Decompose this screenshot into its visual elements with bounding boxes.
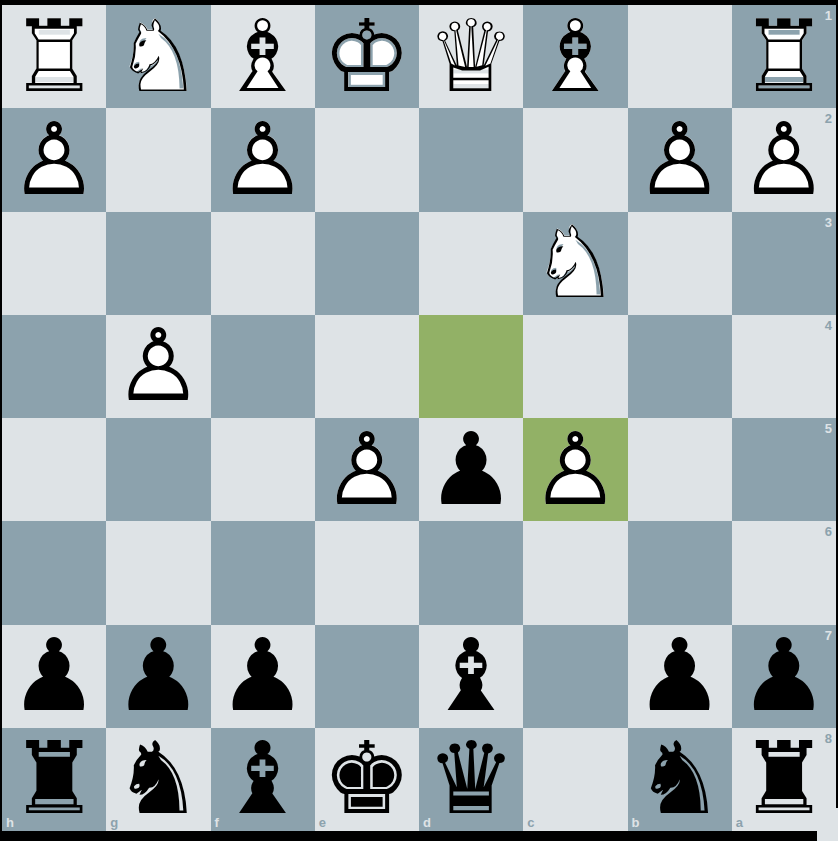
- square-b6[interactable]: [628, 521, 732, 624]
- square-a2[interactable]: ♟♙2: [732, 108, 836, 211]
- black-king-fill: ♚: [315, 728, 419, 831]
- square-g7[interactable]: ♟: [106, 625, 210, 728]
- square-g8[interactable]: ♞g: [106, 728, 210, 831]
- square-b8[interactable]: ♞b: [628, 728, 732, 831]
- white-queen-outline: ♕: [419, 5, 523, 108]
- square-b5[interactable]: [628, 418, 732, 521]
- square-e4[interactable]: [315, 315, 419, 418]
- white-bishop-outline: ♗: [523, 5, 627, 108]
- page-background: ♜♖♞♘♝♗♚♔♛♕♝♗♜♖1♟♙♟♙♟♙♟♙2♞♘3♟♙4♟♙♟♟♙56♟♟♟…: [0, 0, 838, 841]
- piece-black-rook[interactable]: ♜: [2, 728, 106, 831]
- square-b4[interactable]: [628, 315, 732, 418]
- white-pawn-outline: ♙: [523, 418, 627, 521]
- white-rook-fill: ♜: [732, 5, 836, 108]
- white-knight-fill: ♞: [523, 212, 627, 315]
- square-d5[interactable]: ♟: [419, 418, 523, 521]
- white-pawn-fill: ♟: [2, 108, 106, 211]
- square-g3[interactable]: [106, 212, 210, 315]
- piece-white-pawn[interactable]: ♟♙: [2, 108, 106, 211]
- square-g1[interactable]: ♞♘: [106, 5, 210, 108]
- square-e6[interactable]: [315, 521, 419, 624]
- black-knight-fill: ♞: [106, 728, 210, 831]
- black-pawn-fill: ♟: [106, 625, 210, 728]
- piece-black-pawn[interactable]: ♟: [628, 625, 732, 728]
- square-g2[interactable]: [106, 108, 210, 211]
- black-pawn-fill: ♟: [2, 625, 106, 728]
- white-knight-outline: ♘: [523, 212, 627, 315]
- square-f5[interactable]: [211, 418, 315, 521]
- square-b7[interactable]: ♟: [628, 625, 732, 728]
- square-h6[interactable]: [2, 521, 106, 624]
- square-c7[interactable]: [523, 625, 627, 728]
- square-h2[interactable]: ♟♙: [2, 108, 106, 211]
- rank-label-3: 3: [825, 216, 832, 229]
- piece-black-knight[interactable]: ♞: [106, 728, 210, 831]
- square-c5[interactable]: ♟♙: [523, 418, 627, 521]
- white-king-fill: ♚: [315, 5, 419, 108]
- white-pawn-outline: ♙: [732, 108, 836, 211]
- square-g4[interactable]: ♟♙: [106, 315, 210, 418]
- white-bishop-fill: ♝: [523, 5, 627, 108]
- piece-white-pawn[interactable]: ♟♙: [732, 108, 836, 211]
- black-queen-fill: ♛: [419, 728, 523, 831]
- square-f4[interactable]: [211, 315, 315, 418]
- rank-label-6: 6: [825, 525, 832, 538]
- square-d6[interactable]: [419, 521, 523, 624]
- square-h1[interactable]: ♜♖: [2, 5, 106, 108]
- square-d1[interactable]: ♛♕: [419, 5, 523, 108]
- piece-white-pawn[interactable]: ♟♙: [523, 418, 627, 521]
- chess-board: ♜♖♞♘♝♗♚♔♛♕♝♗♜♖1♟♙♟♙♟♙♟♙2♞♘3♟♙4♟♙♟♟♙56♟♟♟…: [2, 5, 836, 831]
- square-c8[interactable]: c: [523, 728, 627, 831]
- piece-white-knight[interactable]: ♞♘: [106, 5, 210, 108]
- white-knight-outline: ♘: [106, 5, 210, 108]
- square-g6[interactable]: [106, 521, 210, 624]
- white-pawn-outline: ♙: [106, 315, 210, 418]
- black-bishop-fill: ♝: [211, 728, 315, 831]
- white-rook-outline: ♖: [2, 5, 106, 108]
- piece-white-queen[interactable]: ♛♕: [419, 5, 523, 108]
- piece-white-pawn[interactable]: ♟♙: [315, 418, 419, 521]
- square-f1[interactable]: ♝♗: [211, 5, 315, 108]
- piece-white-rook[interactable]: ♜♖: [732, 5, 836, 108]
- piece-white-pawn[interactable]: ♟♙: [106, 315, 210, 418]
- square-f3[interactable]: [211, 212, 315, 315]
- piece-white-knight[interactable]: ♞♘: [523, 212, 627, 315]
- piece-black-bishop[interactable]: ♝: [419, 625, 523, 728]
- white-queen-fill: ♛: [419, 5, 523, 108]
- piece-black-pawn[interactable]: ♟: [2, 625, 106, 728]
- square-d7[interactable]: ♝: [419, 625, 523, 728]
- square-e1[interactable]: ♚♔: [315, 5, 419, 108]
- white-pawn-outline: ♙: [628, 108, 732, 211]
- rank-label-4: 4: [825, 319, 832, 332]
- square-a3[interactable]: 3: [732, 212, 836, 315]
- piece-white-pawn[interactable]: ♟♙: [211, 108, 315, 211]
- square-h3[interactable]: [2, 212, 106, 315]
- piece-black-pawn[interactable]: ♟: [732, 625, 836, 728]
- piece-black-pawn[interactable]: ♟: [211, 625, 315, 728]
- square-a1[interactable]: ♜♖1: [732, 5, 836, 108]
- square-d2[interactable]: [419, 108, 523, 211]
- piece-black-pawn[interactable]: ♟: [419, 418, 523, 521]
- piece-black-queen[interactable]: ♛: [419, 728, 523, 831]
- black-pawn-fill: ♟: [628, 625, 732, 728]
- square-c2[interactable]: [523, 108, 627, 211]
- square-d3[interactable]: [419, 212, 523, 315]
- corner-patch: [817, 831, 838, 841]
- black-pawn-fill: ♟: [419, 418, 523, 521]
- square-c4[interactable]: [523, 315, 627, 418]
- black-rook-fill: ♜: [2, 728, 106, 831]
- square-a7[interactable]: ♟7: [732, 625, 836, 728]
- black-rook-fill: ♜: [732, 728, 836, 831]
- white-knight-fill: ♞: [106, 5, 210, 108]
- white-pawn-fill: ♟: [732, 108, 836, 211]
- white-bishop-outline: ♗: [211, 5, 315, 108]
- rank-label-5: 5: [825, 422, 832, 435]
- square-d4[interactable]: [419, 315, 523, 418]
- white-pawn-fill: ♟: [315, 418, 419, 521]
- black-bishop-fill: ♝: [419, 625, 523, 728]
- square-e7[interactable]: [315, 625, 419, 728]
- square-c1[interactable]: ♝♗: [523, 5, 627, 108]
- square-e5[interactable]: ♟♙: [315, 418, 419, 521]
- black-pawn-fill: ♟: [211, 625, 315, 728]
- square-c3[interactable]: ♞♘: [523, 212, 627, 315]
- piece-black-king[interactable]: ♚: [315, 728, 419, 831]
- white-pawn-outline: ♙: [211, 108, 315, 211]
- square-b3[interactable]: [628, 212, 732, 315]
- piece-white-bishop[interactable]: ♝♗: [523, 5, 627, 108]
- black-pawn-fill: ♟: [732, 625, 836, 728]
- piece-black-pawn[interactable]: ♟: [106, 625, 210, 728]
- square-b1[interactable]: [628, 5, 732, 108]
- square-a4[interactable]: 4: [732, 315, 836, 418]
- white-rook-outline: ♖: [732, 5, 836, 108]
- piece-black-rook[interactable]: ♜: [732, 728, 836, 831]
- square-g5[interactable]: [106, 418, 210, 521]
- square-e3[interactable]: [315, 212, 419, 315]
- piece-white-rook[interactable]: ♜♖: [2, 5, 106, 108]
- square-f7[interactable]: ♟: [211, 625, 315, 728]
- white-pawn-fill: ♟: [106, 315, 210, 418]
- square-f8[interactable]: ♝f: [211, 728, 315, 831]
- square-e2[interactable]: [315, 108, 419, 211]
- square-h5[interactable]: [2, 418, 106, 521]
- square-h4[interactable]: [2, 315, 106, 418]
- piece-black-bishop[interactable]: ♝: [211, 728, 315, 831]
- square-c6[interactable]: [523, 521, 627, 624]
- white-pawn-fill: ♟: [211, 108, 315, 211]
- square-f6[interactable]: [211, 521, 315, 624]
- square-a6[interactable]: 6: [732, 521, 836, 624]
- square-a5[interactable]: 5: [732, 418, 836, 521]
- piece-white-pawn[interactable]: ♟♙: [628, 108, 732, 211]
- white-pawn-outline: ♙: [2, 108, 106, 211]
- piece-white-king[interactable]: ♚♔: [315, 5, 419, 108]
- square-h8[interactable]: ♜h: [2, 728, 106, 831]
- square-d8[interactable]: ♛d: [419, 728, 523, 831]
- white-king-outline: ♔: [315, 5, 419, 108]
- file-label-c: c: [527, 816, 534, 829]
- square-b2[interactable]: ♟♙: [628, 108, 732, 211]
- piece-white-bishop[interactable]: ♝♗: [211, 5, 315, 108]
- white-pawn-fill: ♟: [523, 418, 627, 521]
- white-bishop-fill: ♝: [211, 5, 315, 108]
- square-h7[interactable]: ♟: [2, 625, 106, 728]
- piece-black-knight[interactable]: ♞: [628, 728, 732, 831]
- white-pawn-fill: ♟: [628, 108, 732, 211]
- white-rook-fill: ♜: [2, 5, 106, 108]
- square-e8[interactable]: ♚e: [315, 728, 419, 831]
- square-f2[interactable]: ♟♙: [211, 108, 315, 211]
- square-a8[interactable]: ♜8a: [732, 728, 836, 831]
- black-knight-fill: ♞: [628, 728, 732, 831]
- white-pawn-outline: ♙: [315, 418, 419, 521]
